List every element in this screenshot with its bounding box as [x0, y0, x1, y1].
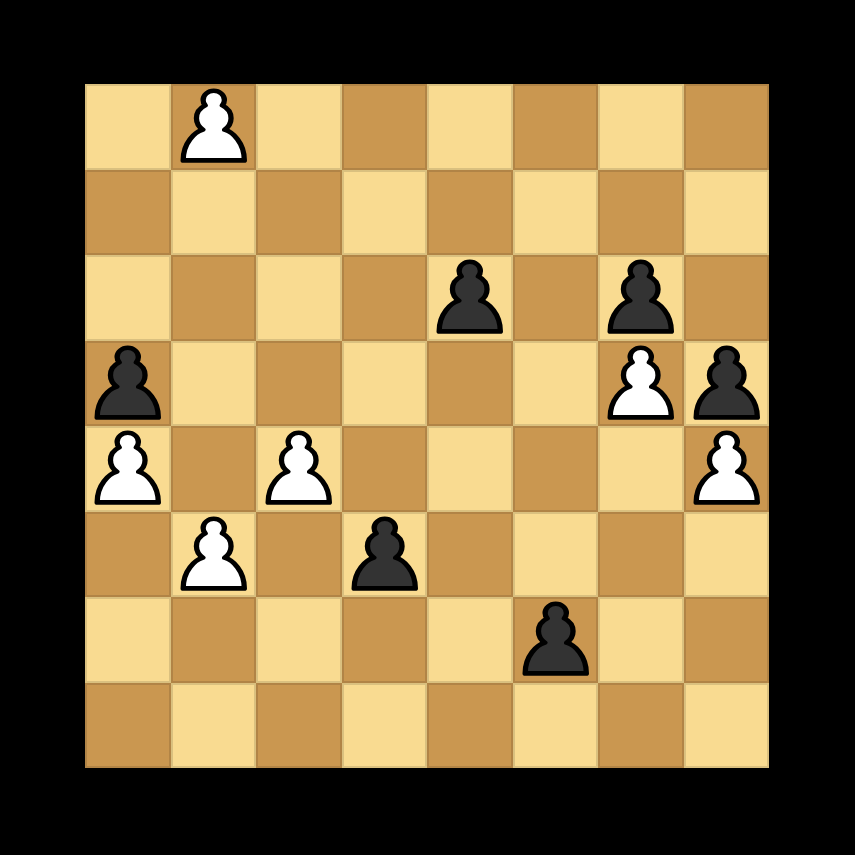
square-e3[interactable] [427, 512, 513, 598]
square-a2[interactable] [85, 597, 171, 683]
white-pawn-icon [171, 84, 257, 170]
square-c7[interactable] [256, 170, 342, 256]
chess-board [85, 84, 769, 768]
square-c2[interactable] [256, 597, 342, 683]
square-a1[interactable] [85, 683, 171, 769]
square-g6[interactable] [598, 255, 684, 341]
white-pawn-icon [598, 341, 684, 427]
square-g2[interactable] [598, 597, 684, 683]
square-g8[interactable] [598, 84, 684, 170]
square-d3[interactable] [342, 512, 428, 598]
square-f4[interactable] [513, 426, 599, 512]
square-a4[interactable] [85, 426, 171, 512]
square-g5[interactable] [598, 341, 684, 427]
square-f1[interactable] [513, 683, 599, 769]
square-g7[interactable] [598, 170, 684, 256]
square-e8[interactable] [427, 84, 513, 170]
square-h7[interactable] [684, 170, 770, 256]
square-b5[interactable] [171, 341, 257, 427]
square-e7[interactable] [427, 170, 513, 256]
square-b6[interactable] [171, 255, 257, 341]
white-pawn-icon [256, 426, 342, 512]
square-g1[interactable] [598, 683, 684, 769]
white-pawn-icon [85, 426, 171, 512]
square-f6[interactable] [513, 255, 599, 341]
square-f8[interactable] [513, 84, 599, 170]
square-h8[interactable] [684, 84, 770, 170]
square-f2[interactable] [513, 597, 599, 683]
square-d2[interactable] [342, 597, 428, 683]
square-e5[interactable] [427, 341, 513, 427]
page-background [0, 0, 855, 855]
square-b4[interactable] [171, 426, 257, 512]
square-c6[interactable] [256, 255, 342, 341]
square-d4[interactable] [342, 426, 428, 512]
square-a8[interactable] [85, 84, 171, 170]
square-d1[interactable] [342, 683, 428, 769]
black-pawn-icon [342, 512, 428, 598]
square-h1[interactable] [684, 683, 770, 769]
square-e4[interactable] [427, 426, 513, 512]
square-f7[interactable] [513, 170, 599, 256]
square-f5[interactable] [513, 341, 599, 427]
square-c3[interactable] [256, 512, 342, 598]
square-g4[interactable] [598, 426, 684, 512]
square-h2[interactable] [684, 597, 770, 683]
square-b2[interactable] [171, 597, 257, 683]
square-d6[interactable] [342, 255, 428, 341]
square-d7[interactable] [342, 170, 428, 256]
black-pawn-icon [85, 341, 171, 427]
square-h3[interactable] [684, 512, 770, 598]
square-a3[interactable] [85, 512, 171, 598]
white-pawn-icon [171, 512, 257, 598]
black-pawn-icon [598, 255, 684, 341]
square-c8[interactable] [256, 84, 342, 170]
square-b1[interactable] [171, 683, 257, 769]
square-a5[interactable] [85, 341, 171, 427]
square-c1[interactable] [256, 683, 342, 769]
black-pawn-icon [513, 597, 599, 683]
square-h6[interactable] [684, 255, 770, 341]
white-pawn-icon [684, 426, 770, 512]
square-f3[interactable] [513, 512, 599, 598]
square-b3[interactable] [171, 512, 257, 598]
square-d8[interactable] [342, 84, 428, 170]
square-e6[interactable] [427, 255, 513, 341]
square-h5[interactable] [684, 341, 770, 427]
square-e1[interactable] [427, 683, 513, 769]
black-pawn-icon [684, 341, 770, 427]
black-pawn-icon [427, 255, 513, 341]
square-b7[interactable] [171, 170, 257, 256]
square-b8[interactable] [171, 84, 257, 170]
square-d5[interactable] [342, 341, 428, 427]
square-h4[interactable] [684, 426, 770, 512]
square-a6[interactable] [85, 255, 171, 341]
square-c4[interactable] [256, 426, 342, 512]
square-c5[interactable] [256, 341, 342, 427]
square-g3[interactable] [598, 512, 684, 598]
square-e2[interactable] [427, 597, 513, 683]
square-a7[interactable] [85, 170, 171, 256]
